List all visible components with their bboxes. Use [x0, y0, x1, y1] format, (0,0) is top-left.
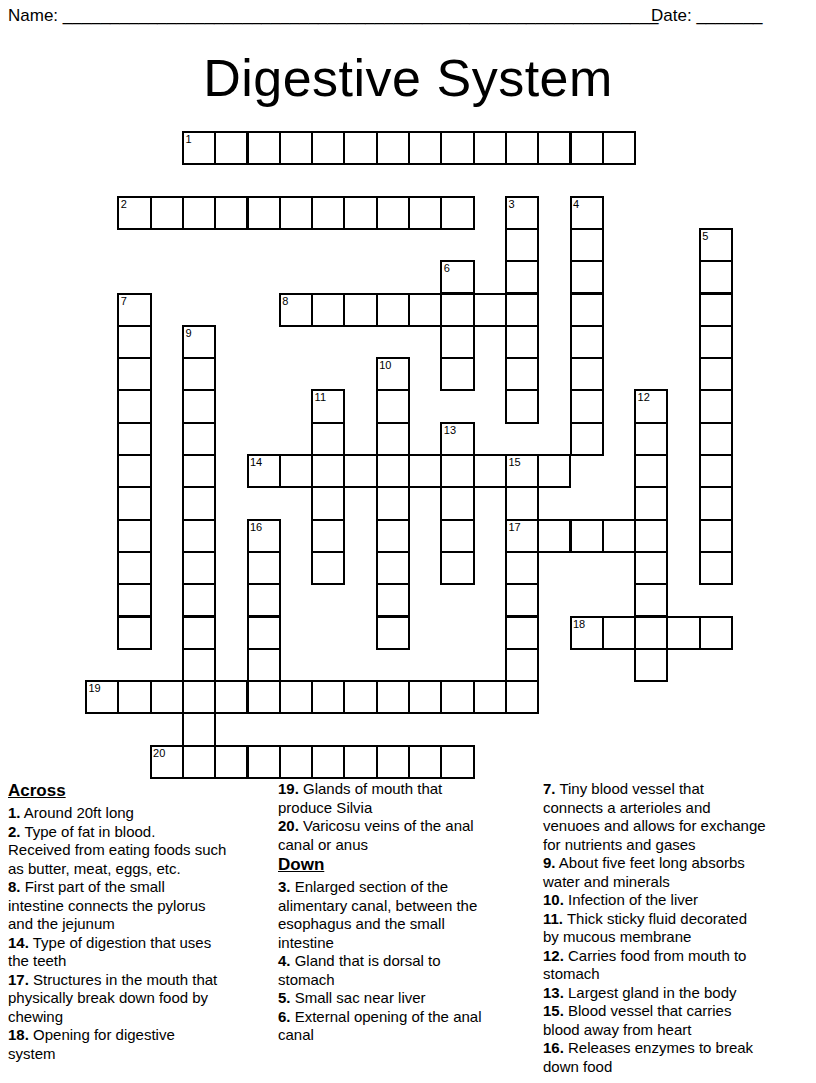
grid-cell-r9c9[interactable]: [376, 422, 410, 456]
name-label: Name:: [8, 6, 58, 25]
grid-cell-r12c3[interactable]: [182, 519, 216, 553]
grid-cell-r7c19[interactable]: [699, 357, 733, 391]
grid-cell-r5c12[interactable]: [473, 293, 507, 327]
grid-cell-r17c2[interactable]: [150, 680, 184, 714]
grid-cell-r0c16[interactable]: [602, 131, 636, 165]
grid-cell-r19c8[interactable]: [343, 745, 377, 779]
grid-cell-r19c9[interactable]: [376, 745, 410, 779]
grid-cell-r8c9[interactable]: [376, 389, 410, 423]
grid-cell-r3c13[interactable]: [505, 228, 539, 262]
grid-cell-r5c10[interactable]: [408, 293, 442, 327]
grid-cell-r9c19[interactable]: [699, 422, 733, 456]
grid-cell-r4c11[interactable]: [440, 260, 474, 294]
grid-cell-r14c17[interactable]: [634, 583, 668, 617]
grid-cell-r2c2[interactable]: [150, 196, 184, 230]
grid-cell-r2c15[interactable]: [570, 196, 604, 230]
grid-cell-r0c14[interactable]: [537, 131, 571, 165]
grid-cell-r12c7[interactable]: [311, 519, 345, 553]
clue-column-3: 7. Tiny blood vessel that connects a art…: [543, 780, 816, 1076]
grid-cell-r16c5[interactable]: [247, 648, 281, 682]
clue-across-17: 17. Structures in the mouth that physica…: [8, 971, 274, 1027]
grid-cell-r8c15[interactable]: [570, 389, 604, 423]
grid-cell-r15c1[interactable]: [117, 616, 151, 650]
grid-cell-r15c17[interactable]: [634, 616, 668, 650]
grid-cell-r9c11[interactable]: [440, 422, 474, 456]
grid-cell-r6c1[interactable]: [117, 325, 151, 359]
grid-cell-r12c16[interactable]: [602, 519, 636, 553]
grid-cell-r2c8[interactable]: [343, 196, 377, 230]
grid-cell-r4c15[interactable]: [570, 260, 604, 294]
grid-cell-r10c9[interactable]: [376, 454, 410, 488]
clue-across-1: 1. Around 20ft long: [8, 804, 274, 823]
worksheet-page: Name: __________________________________…: [0, 0, 816, 1083]
grid-cell-r5c8[interactable]: [343, 293, 377, 327]
clue-across-20: 20. Varicosu veins of the anal canal or …: [278, 817, 539, 854]
grid-cell-r10c7[interactable]: [311, 454, 345, 488]
grid-cell-r2c7[interactable]: [311, 196, 345, 230]
clue-header-across: Across: [8, 780, 274, 802]
clue-column-2: 19. Glands of mouth that produce Silvia2…: [278, 780, 539, 1045]
date-line[interactable]: _______: [696, 6, 762, 25]
grid-cell-r11c3[interactable]: [182, 486, 216, 520]
grid-cell-r4c19[interactable]: [699, 260, 733, 294]
grid-cell-r16c3[interactable]: [182, 648, 216, 682]
grid-cell-r9c17[interactable]: [634, 422, 668, 456]
clue-down-5: 5. Small sac near liver: [278, 989, 539, 1008]
grid-cell-r12c14[interactable]: [537, 519, 571, 553]
grid-cell-r5c19[interactable]: [699, 293, 733, 327]
grid-cell-r2c13[interactable]: [505, 196, 539, 230]
grid-cell-r11c19[interactable]: [699, 486, 733, 520]
grid-cell-r11c11[interactable]: [440, 486, 474, 520]
grid-cell-r0c10[interactable]: [408, 131, 442, 165]
grid-cell-r10c1[interactable]: [117, 454, 151, 488]
grid-cell-r15c9[interactable]: [376, 616, 410, 650]
grid-cell-r17c1[interactable]: [117, 680, 151, 714]
grid-cell-r11c17[interactable]: [634, 486, 668, 520]
grid-cell-r15c18[interactable]: [666, 616, 700, 650]
grid-cell-r17c5[interactable]: [247, 680, 281, 714]
clue-down-3: 3. Enlarged section of the alimentary ca…: [278, 878, 539, 952]
grid-cell-r5c6[interactable]: [279, 293, 313, 327]
clue-down-10: 10. Infection of the liver: [543, 891, 816, 910]
grid-cell-r17c4[interactable]: [214, 680, 248, 714]
date-label: Date:: [651, 6, 692, 25]
grid-cell-r15c16[interactable]: [602, 616, 636, 650]
grid-cell-r13c3[interactable]: [182, 551, 216, 585]
grid-cell-r2c11[interactable]: [440, 196, 474, 230]
grid-cell-r9c15[interactable]: [570, 422, 604, 456]
grid-cell-r7c11[interactable]: [440, 357, 474, 391]
clue-across-2: 2. Type of fat in blood. Received from e…: [8, 823, 274, 879]
grid-cell-r5c1[interactable]: [117, 293, 151, 327]
grid-cell-r14c3[interactable]: [182, 583, 216, 617]
grid-cell-r8c7[interactable]: [311, 389, 345, 423]
grid-cell-r10c12[interactable]: [473, 454, 507, 488]
grid-cell-r17c11[interactable]: [440, 680, 474, 714]
grid-cell-r12c1[interactable]: [117, 519, 151, 553]
grid-cell-r6c3[interactable]: [182, 325, 216, 359]
grid-cell-r6c13[interactable]: [505, 325, 539, 359]
grid-cell-r19c10[interactable]: [408, 745, 442, 779]
grid-cell-r13c7[interactable]: [311, 551, 345, 585]
grid-cell-r12c15[interactable]: [570, 519, 604, 553]
grid-cell-r9c7[interactable]: [311, 422, 345, 456]
grid-cell-r5c15[interactable]: [570, 293, 604, 327]
grid-cell-r10c11[interactable]: [440, 454, 474, 488]
grid-cell-r13c9[interactable]: [376, 551, 410, 585]
grid-cell-r12c17[interactable]: [634, 519, 668, 553]
puzzle-title: Digestive System: [0, 50, 816, 107]
grid-cell-r15c3[interactable]: [182, 616, 216, 650]
clue-column-1: Across1. Around 20ft long2. Type of fat …: [8, 780, 274, 1063]
grid-cell-r15c19[interactable]: [699, 616, 733, 650]
grid-cell-r2c3[interactable]: [182, 196, 216, 230]
grid-cell-r4c13[interactable]: [505, 260, 539, 294]
crossword-grid: 1281417181920345679101112131516: [85, 131, 733, 779]
grid-cell-r0c8[interactable]: [343, 131, 377, 165]
grid-cell-r7c15[interactable]: [570, 357, 604, 391]
grid-cell-r10c8[interactable]: [343, 454, 377, 488]
clue-down-15: 15. Blood vessel that carries blood away…: [543, 1002, 816, 1039]
grid-cell-r0c12[interactable]: [473, 131, 507, 165]
grid-cell-r17c8[interactable]: [343, 680, 377, 714]
grid-cell-r12c11[interactable]: [440, 519, 474, 553]
grid-cell-r11c13[interactable]: [505, 486, 539, 520]
grid-cell-r10c5[interactable]: [247, 454, 281, 488]
grid-cell-r10c14[interactable]: [537, 454, 571, 488]
worksheet-header: Name: __________________________________…: [0, 6, 816, 32]
grid-cell-r9c1[interactable]: [117, 422, 151, 456]
grid-cell-r14c1[interactable]: [117, 583, 151, 617]
grid-cell-r10c10[interactable]: [408, 454, 442, 488]
grid-cell-r9c3[interactable]: [182, 422, 216, 456]
grid-cell-r8c17[interactable]: [634, 389, 668, 423]
grid-cell-r2c9[interactable]: [376, 196, 410, 230]
clue-down-7: 7. Tiny blood vessel that connects a art…: [543, 780, 816, 854]
clue-down-12: 12. Carries food from mouth to stomach: [543, 947, 816, 984]
grid-cell-r13c5[interactable]: [247, 551, 281, 585]
grid-cell-r11c7[interactable]: [311, 486, 345, 520]
grid-cell-r0c4[interactable]: [214, 131, 248, 165]
grid-cell-r19c3[interactable]: [182, 745, 216, 779]
grid-cell-r12c5[interactable]: [247, 519, 281, 553]
grid-cell-r11c1[interactable]: [117, 486, 151, 520]
grid-cell-r12c9[interactable]: [376, 519, 410, 553]
grid-cell-r11c9[interactable]: [376, 486, 410, 520]
grid-cell-r19c5[interactable]: [247, 745, 281, 779]
grid-cell-r2c4[interactable]: [214, 196, 248, 230]
grid-cell-r6c15[interactable]: [570, 325, 604, 359]
grid-cell-r14c5[interactable]: [247, 583, 281, 617]
grid-cell-r12c19[interactable]: [699, 519, 733, 553]
grid-cell-r14c9[interactable]: [376, 583, 410, 617]
grid-cell-r0c6[interactable]: [279, 131, 313, 165]
grid-cell-r10c17[interactable]: [634, 454, 668, 488]
grid-cell-r16c17[interactable]: [634, 648, 668, 682]
grid-cell-r7c13[interactable]: [505, 357, 539, 391]
grid-cell-r15c15[interactable]: [570, 616, 604, 650]
grid-cell-r18c3[interactable]: [182, 712, 216, 746]
clue-down-16: 16. Releases enzymes to break down food: [543, 1039, 816, 1076]
grid-cell-r13c13[interactable]: [505, 551, 539, 585]
grid-cell-r6c11[interactable]: [440, 325, 474, 359]
grid-cell-r12c13[interactable]: [505, 519, 539, 553]
grid-cell-r2c10[interactable]: [408, 196, 442, 230]
grid-cell-r5c9[interactable]: [376, 293, 410, 327]
grid-cell-r2c1[interactable]: [117, 196, 151, 230]
grid-cell-r8c19[interactable]: [699, 389, 733, 423]
grid-cell-r14c13[interactable]: [505, 583, 539, 617]
grid-cell-r2c6[interactable]: [279, 196, 313, 230]
grid-cell-r8c13[interactable]: [505, 389, 539, 423]
grid-cell-r15c5[interactable]: [247, 616, 281, 650]
grid-cell-r8c1[interactable]: [117, 389, 151, 423]
grid-cell-r13c1[interactable]: [117, 551, 151, 585]
grid-cell-r17c6[interactable]: [279, 680, 313, 714]
grid-cell-r19c4[interactable]: [214, 745, 248, 779]
clue-header-down: Down: [278, 854, 539, 876]
clue-across-8: 8. First part of the small intestine con…: [8, 878, 274, 934]
grid-cell-r0c3[interactable]: [182, 131, 216, 165]
grid-cell-r19c6[interactable]: [279, 745, 313, 779]
grid-cell-r17c9[interactable]: [376, 680, 410, 714]
clue-down-9: 9. About five feet long absorbs water an…: [543, 854, 816, 891]
grid-cell-r10c19[interactable]: [699, 454, 733, 488]
grid-cell-r8c3[interactable]: [182, 389, 216, 423]
grid-cell-r5c11[interactable]: [440, 293, 474, 327]
clue-across-19: 19. Glands of mouth that produce Silvia: [278, 780, 539, 817]
grid-cell-r0c7[interactable]: [311, 131, 345, 165]
grid-cell-r7c9[interactable]: [376, 357, 410, 391]
date-field: Date: _______: [651, 6, 763, 26]
grid-cell-r6c19[interactable]: [699, 325, 733, 359]
grid-cell-r10c3[interactable]: [182, 454, 216, 488]
grid-cell-r17c10[interactable]: [408, 680, 442, 714]
grid-cell-r10c13[interactable]: [505, 454, 539, 488]
clue-across-14: 14. Type of digestion that uses the teet…: [8, 934, 274, 971]
grid-cell-r3c19[interactable]: [699, 228, 733, 262]
grid-cell-r19c7[interactable]: [311, 745, 345, 779]
grid-cell-r7c1[interactable]: [117, 357, 151, 391]
grid-cell-r7c3[interactable]: [182, 357, 216, 391]
grid-cell-r17c7[interactable]: [311, 680, 345, 714]
grid-cell-r19c2[interactable]: [150, 745, 184, 779]
name-line[interactable]: ________________________________________…: [63, 6, 659, 25]
grid-cell-r16c13[interactable]: [505, 648, 539, 682]
grid-cell-r5c7[interactable]: [311, 293, 345, 327]
grid-cell-r2c5[interactable]: [247, 196, 281, 230]
grid-cell-r13c19[interactable]: [699, 551, 733, 585]
grid-cell-r19c11[interactable]: [440, 745, 474, 779]
grid-cell-r10c6[interactable]: [279, 454, 313, 488]
clue-down-4: 4. Gland that is dorsal to stomach: [278, 952, 539, 989]
grid-cell-r0c5[interactable]: [247, 131, 281, 165]
clue-across-18: 18. Opening for digestive system: [8, 1026, 274, 1063]
grid-cell-r17c12[interactable]: [473, 680, 507, 714]
grid-cell-r0c15[interactable]: [570, 131, 604, 165]
grid-cell-r13c17[interactable]: [634, 551, 668, 585]
name-field: Name: __________________________________…: [8, 6, 658, 26]
grid-cell-r5c13[interactable]: [505, 293, 539, 327]
grid-cell-r0c11[interactable]: [440, 131, 474, 165]
grid-cell-r3c15[interactable]: [570, 228, 604, 262]
grid-cell-r0c9[interactable]: [376, 131, 410, 165]
clue-down-6: 6. External opening of the anal canal: [278, 1008, 539, 1045]
grid-cell-r17c0[interactable]: [85, 680, 119, 714]
clue-down-11: 11. Thick sticky fluid decorated by muco…: [543, 910, 816, 947]
grid-cell-r15c13[interactable]: [505, 616, 539, 650]
grid-cell-r0c13[interactable]: [505, 131, 539, 165]
grid-cell-r17c13[interactable]: [505, 680, 539, 714]
clue-down-13: 13. Largest gland in the body: [543, 984, 816, 1003]
grid-cell-r17c3[interactable]: [182, 680, 216, 714]
grid-cell-r13c11[interactable]: [440, 551, 474, 585]
